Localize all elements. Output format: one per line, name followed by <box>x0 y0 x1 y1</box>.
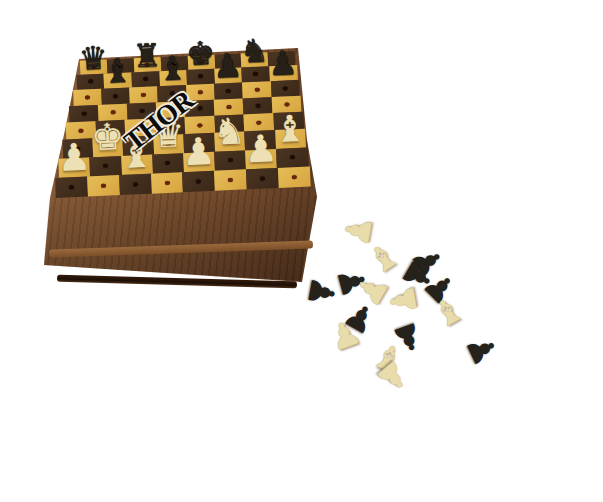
board-square: ♞ <box>214 132 245 152</box>
board-square: ♚ <box>92 137 123 157</box>
loose-piece-white-pawn: ♟ <box>384 282 423 318</box>
product-photo: ♛♜♚♞♝♝♟♟♚♛♞♝♟♝♟♟ THOR ♟♝♟♟♟♟♟♟♟♝♟♟♟♝♟♟ <box>0 0 603 502</box>
board-square <box>273 112 303 131</box>
board-square: ♟ <box>269 65 297 81</box>
board-square <box>214 82 243 99</box>
board-square <box>55 176 88 197</box>
board-square <box>214 53 241 68</box>
board-square <box>62 139 93 159</box>
loose-piece-white-pawn: ♟ <box>339 213 378 249</box>
board-square <box>119 173 152 194</box>
board-square <box>246 168 279 189</box>
chess-box: ♛♜♚♞♝♝♟♟♚♛♞♝♟♝♟♟ THOR <box>35 45 335 295</box>
board-square <box>69 105 99 123</box>
board-square <box>151 172 184 193</box>
board-square <box>214 150 246 170</box>
board-square <box>182 171 215 192</box>
board-square <box>244 130 275 150</box>
board-square: ♞ <box>241 52 268 67</box>
board-square <box>272 95 302 113</box>
board-square <box>268 51 295 66</box>
board-square <box>244 113 274 132</box>
board-square <box>107 58 134 73</box>
loose-piece-white-pawn: ♟ <box>370 354 415 400</box>
loose-piece-white-bishop: ♝ <box>426 290 469 335</box>
board-square: ♟ <box>183 151 215 171</box>
board-square <box>276 147 308 167</box>
board-square <box>184 116 214 135</box>
board-square: ♟ <box>214 67 242 83</box>
board-square: ♟ <box>59 157 91 177</box>
board-square <box>76 74 104 90</box>
loose-piece-black-pawn: ♟ <box>338 296 381 341</box>
board-square: ♟ <box>245 149 277 169</box>
board-square <box>214 169 247 190</box>
loose-piece-white-bishop: ♝ <box>367 336 409 380</box>
board-square <box>101 87 130 104</box>
loose-piece-black-pawn: ♟ <box>406 240 451 283</box>
board-square <box>214 98 244 116</box>
board-square: ♜ <box>134 57 161 72</box>
board-square: ♝ <box>104 72 132 88</box>
loose-piece-white-pawn: ♟ <box>325 314 365 356</box>
loose-piece-black-pawn: ♟ <box>396 254 441 297</box>
board-square <box>187 69 215 85</box>
board-square <box>271 80 300 97</box>
board-square <box>243 97 273 115</box>
board-square: ♝ <box>159 70 187 86</box>
loose-piece-white-pawn: ♟ <box>350 268 395 311</box>
loose-piece-black-pawn: ♟ <box>332 263 373 301</box>
board-square: ♝ <box>275 129 306 149</box>
board-square <box>152 153 184 173</box>
board-square <box>160 56 187 71</box>
board-square <box>87 175 120 196</box>
board-square <box>242 81 271 98</box>
board-square <box>214 114 244 133</box>
board-square <box>90 156 122 176</box>
board-square <box>278 166 311 187</box>
board-square <box>131 71 159 87</box>
board-square <box>73 89 102 106</box>
loose-piece-black-pawn: ♟ <box>417 265 463 311</box>
loose-piece-black-pawn: ♟ <box>388 317 428 359</box>
board-square <box>242 66 270 82</box>
board-square: ♚ <box>187 55 214 70</box>
board-square: ♛ <box>80 60 107 75</box>
board-square <box>129 86 158 103</box>
board-square <box>65 121 95 140</box>
loose-piece-black-pawn: ♟ <box>460 329 504 371</box>
loose-piece-white-bishop: ♝ <box>361 235 405 280</box>
board-square <box>184 133 215 153</box>
board-square <box>98 103 128 121</box>
